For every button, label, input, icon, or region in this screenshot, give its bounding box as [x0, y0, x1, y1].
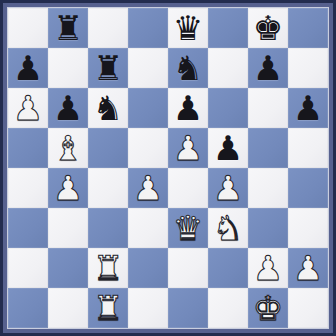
square-e8[interactable]: ♛ [168, 8, 208, 48]
chess-app: ♜♛♚♟♜♞♟♟♟♞♟♟♝♟♟♟♟♟♛♞♜♟♟♜♚ [0, 0, 336, 336]
black-pawn-a7[interactable]: ♟ [13, 48, 43, 88]
square-e5[interactable]: ♟ [168, 128, 208, 168]
square-g3[interactable] [248, 208, 288, 248]
white-pawn-h2[interactable]: ♟ [293, 248, 323, 288]
square-a8[interactable] [8, 8, 48, 48]
square-a7[interactable]: ♟ [8, 48, 48, 88]
square-e2[interactable] [168, 248, 208, 288]
white-rook-c1[interactable]: ♜ [93, 288, 123, 328]
white-bishop-b5[interactable]: ♝ [53, 128, 83, 168]
black-rook-c7[interactable]: ♜ [93, 48, 123, 88]
black-pawn-g7[interactable]: ♟ [253, 48, 283, 88]
square-c2[interactable]: ♜ [88, 248, 128, 288]
square-f7[interactable] [208, 48, 248, 88]
chess-board[interactable]: ♜♛♚♟♜♞♟♟♟♞♟♟♝♟♟♟♟♟♛♞♜♟♟♜♚ [7, 7, 329, 329]
square-a6[interactable]: ♟ [8, 88, 48, 128]
square-d7[interactable] [128, 48, 168, 88]
square-h5[interactable] [288, 128, 328, 168]
square-a3[interactable] [8, 208, 48, 248]
square-c3[interactable] [88, 208, 128, 248]
black-pawn-b6[interactable]: ♟ [53, 88, 83, 128]
black-queen-e8[interactable]: ♛ [173, 8, 203, 48]
white-pawn-f4[interactable]: ♟ [213, 168, 243, 208]
square-f5[interactable]: ♟ [208, 128, 248, 168]
square-f4[interactable]: ♟ [208, 168, 248, 208]
white-knight-f3[interactable]: ♞ [213, 208, 243, 248]
square-e7[interactable]: ♞ [168, 48, 208, 88]
white-pawn-d4[interactable]: ♟ [133, 168, 163, 208]
square-g8[interactable]: ♚ [248, 8, 288, 48]
square-e6[interactable]: ♟ [168, 88, 208, 128]
square-f1[interactable] [208, 288, 248, 328]
black-king-g8[interactable]: ♚ [253, 8, 283, 48]
square-d3[interactable] [128, 208, 168, 248]
square-d1[interactable] [128, 288, 168, 328]
black-rook-b8[interactable]: ♜ [53, 8, 83, 48]
square-b4[interactable]: ♟ [48, 168, 88, 208]
square-c1[interactable]: ♜ [88, 288, 128, 328]
square-e1[interactable] [168, 288, 208, 328]
square-g4[interactable] [248, 168, 288, 208]
square-g5[interactable] [248, 128, 288, 168]
square-a5[interactable] [8, 128, 48, 168]
square-b8[interactable]: ♜ [48, 8, 88, 48]
square-h2[interactable]: ♟ [288, 248, 328, 288]
white-pawn-b4[interactable]: ♟ [53, 168, 83, 208]
square-a4[interactable] [8, 168, 48, 208]
square-d2[interactable] [128, 248, 168, 288]
square-h3[interactable] [288, 208, 328, 248]
square-h4[interactable] [288, 168, 328, 208]
square-b3[interactable] [48, 208, 88, 248]
black-knight-e7[interactable]: ♞ [173, 48, 203, 88]
square-e4[interactable] [168, 168, 208, 208]
square-b2[interactable] [48, 248, 88, 288]
white-pawn-g2[interactable]: ♟ [253, 248, 283, 288]
white-rook-c2[interactable]: ♜ [93, 248, 123, 288]
white-king-g1[interactable]: ♚ [253, 288, 283, 328]
square-d8[interactable] [128, 8, 168, 48]
black-pawn-h6[interactable]: ♟ [293, 88, 323, 128]
white-pawn-a6[interactable]: ♟ [13, 88, 43, 128]
square-a2[interactable] [8, 248, 48, 288]
square-g7[interactable]: ♟ [248, 48, 288, 88]
white-pawn-e5[interactable]: ♟ [173, 128, 203, 168]
square-c8[interactable] [88, 8, 128, 48]
square-g1[interactable]: ♚ [248, 288, 288, 328]
square-g2[interactable]: ♟ [248, 248, 288, 288]
square-a1[interactable] [8, 288, 48, 328]
square-f8[interactable] [208, 8, 248, 48]
square-d6[interactable] [128, 88, 168, 128]
square-c4[interactable] [88, 168, 128, 208]
square-b7[interactable] [48, 48, 88, 88]
black-knight-c6[interactable]: ♞ [93, 88, 123, 128]
square-b6[interactable]: ♟ [48, 88, 88, 128]
board-frame: ♜♛♚♟♜♞♟♟♟♞♟♟♝♟♟♟♟♟♛♞♜♟♟♜♚ [0, 0, 336, 336]
square-d4[interactable]: ♟ [128, 168, 168, 208]
square-c7[interactable]: ♜ [88, 48, 128, 88]
square-b1[interactable] [48, 288, 88, 328]
square-f2[interactable] [208, 248, 248, 288]
square-c5[interactable] [88, 128, 128, 168]
black-pawn-e6[interactable]: ♟ [173, 88, 203, 128]
square-c6[interactable]: ♞ [88, 88, 128, 128]
square-b5[interactable]: ♝ [48, 128, 88, 168]
square-h7[interactable] [288, 48, 328, 88]
square-d5[interactable] [128, 128, 168, 168]
square-h8[interactable] [288, 8, 328, 48]
square-f6[interactable] [208, 88, 248, 128]
square-h6[interactable]: ♟ [288, 88, 328, 128]
square-e3[interactable]: ♛ [168, 208, 208, 248]
white-queen-e3[interactable]: ♛ [173, 208, 203, 248]
square-h1[interactable] [288, 288, 328, 328]
square-g6[interactable] [248, 88, 288, 128]
square-f3[interactable]: ♞ [208, 208, 248, 248]
black-pawn-f5[interactable]: ♟ [213, 128, 243, 168]
